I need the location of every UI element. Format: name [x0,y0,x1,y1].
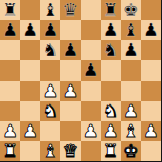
chess-board: ♜♝♛♜♚♟♟♟♟♝♟♞♟♞♟♟♟♟♞♞♟♟♟♟♟♝♟♜♝♛♜♚ [0,0,162,162]
square-f7[interactable]: ♟ [101,20,121,40]
square-g1[interactable]: ♚ [121,141,141,161]
white-rook-icon: ♜ [2,142,18,160]
square-g2[interactable]: ♝ [121,121,141,141]
black-pawn-icon: ♟ [22,21,38,39]
square-a8[interactable]: ♜ [0,0,20,20]
black-knight-icon: ♞ [103,41,119,59]
square-f6[interactable]: ♞ [101,40,121,60]
black-pawn-icon: ♟ [123,41,139,59]
square-b4[interactable] [20,81,40,101]
square-a4[interactable] [0,81,20,101]
black-pawn-icon: ♟ [42,21,58,39]
square-b8[interactable] [20,0,40,20]
square-f5[interactable] [101,60,121,80]
square-g4[interactable] [121,81,141,101]
square-f2[interactable]: ♟ [101,121,121,141]
black-bishop-icon: ♝ [123,21,139,39]
square-h6[interactable] [141,40,161,60]
black-pawn-icon: ♟ [2,21,18,39]
square-g8[interactable]: ♚ [121,0,141,20]
black-king-icon: ♚ [123,1,139,19]
square-e7[interactable] [81,20,101,40]
square-c2[interactable] [40,121,60,141]
square-a2[interactable]: ♟ [0,121,20,141]
square-g7[interactable]: ♝ [121,20,141,40]
square-c3[interactable]: ♞ [40,101,60,121]
square-g6[interactable]: ♟ [121,40,141,60]
square-d8[interactable]: ♛ [60,0,80,20]
square-d2[interactable] [60,121,80,141]
square-h8[interactable] [141,0,161,20]
square-h7[interactable]: ♟ [141,20,161,40]
chess-board-container: ♜♝♛♜♚♟♟♟♟♝♟♞♟♞♟♟♟♟♞♞♟♟♟♟♟♝♟♜♝♛♜♚ [0,0,162,162]
white-knight-icon: ♞ [42,102,58,120]
square-f4[interactable] [101,81,121,101]
black-rook-icon: ♜ [2,1,18,19]
white-pawn-icon: ♟ [22,122,38,140]
white-pawn-icon: ♟ [143,122,159,140]
white-king-icon: ♚ [123,142,139,160]
square-h1[interactable] [141,141,161,161]
black-pawn-icon: ♟ [82,61,98,79]
square-g5[interactable] [121,60,141,80]
square-e2[interactable]: ♟ [81,121,101,141]
square-f8[interactable]: ♜ [101,0,121,20]
square-e6[interactable] [81,40,101,60]
black-pawn-icon: ♟ [62,41,78,59]
square-c1[interactable]: ♝ [40,141,60,161]
white-knight-icon: ♞ [103,102,119,120]
square-e3[interactable] [81,101,101,121]
white-pawn-icon: ♟ [82,122,98,140]
square-a1[interactable]: ♜ [0,141,20,161]
white-bishop-icon: ♝ [123,122,139,140]
square-b3[interactable] [20,101,40,121]
square-b2[interactable]: ♟ [20,121,40,141]
white-pawn-icon: ♟ [2,122,18,140]
square-a6[interactable] [0,40,20,60]
white-pawn-icon: ♟ [123,102,139,120]
black-pawn-icon: ♟ [143,21,159,39]
square-e8[interactable] [81,0,101,20]
square-g3[interactable]: ♟ [121,101,141,121]
square-c8[interactable]: ♝ [40,0,60,20]
square-d7[interactable] [60,20,80,40]
white-pawn-icon: ♟ [42,82,58,100]
black-rook-icon: ♜ [103,1,119,19]
square-d3[interactable] [60,101,80,121]
white-pawn-icon: ♟ [103,122,119,140]
square-b1[interactable] [20,141,40,161]
square-a3[interactable] [0,101,20,121]
square-h4[interactable] [141,81,161,101]
white-bishop-icon: ♝ [42,142,58,160]
square-c6[interactable]: ♞ [40,40,60,60]
square-d1[interactable]: ♛ [60,141,80,161]
square-f1[interactable]: ♜ [101,141,121,161]
square-f3[interactable]: ♞ [101,101,121,121]
square-d4[interactable]: ♟ [60,81,80,101]
square-h2[interactable]: ♟ [141,121,161,141]
square-d6[interactable]: ♟ [60,40,80,60]
square-h5[interactable] [141,60,161,80]
square-a7[interactable]: ♟ [0,20,20,40]
white-pawn-icon: ♟ [62,82,78,100]
square-b5[interactable] [20,60,40,80]
white-queen-icon: ♛ [62,142,78,160]
square-c5[interactable] [40,60,60,80]
black-pawn-icon: ♟ [103,21,119,39]
white-rook-icon: ♜ [103,142,119,160]
square-b6[interactable] [20,40,40,60]
square-c4[interactable]: ♟ [40,81,60,101]
square-h3[interactable] [141,101,161,121]
black-knight-icon: ♞ [42,41,58,59]
square-c7[interactable]: ♟ [40,20,60,40]
square-d5[interactable] [60,60,80,80]
black-queen-icon: ♛ [62,1,78,19]
square-e1[interactable] [81,141,101,161]
square-e5[interactable]: ♟ [81,60,101,80]
black-bishop-icon: ♝ [42,1,58,19]
square-e4[interactable] [81,81,101,101]
square-b7[interactable]: ♟ [20,20,40,40]
square-a5[interactable] [0,60,20,80]
